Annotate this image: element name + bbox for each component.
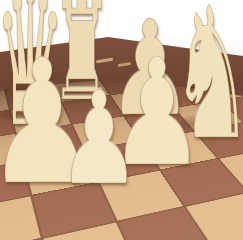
pawn-piece: ♟ bbox=[58, 75, 141, 203]
chess-set-photo: ♜♟♛♞♟♟♟ bbox=[0, 0, 243, 240]
